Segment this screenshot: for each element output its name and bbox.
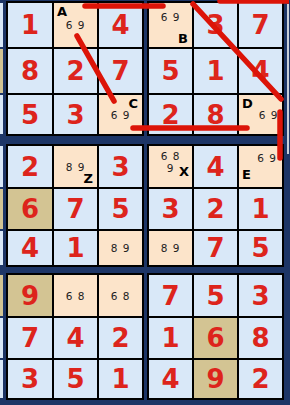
pencil-marks: 6 9 [54, 19, 97, 31]
digit: 5 [149, 49, 192, 93]
cell-r2c4[interactable]: 5 [149, 49, 192, 93]
cell-r2c6[interactable]: 4 [239, 49, 282, 93]
cell-r5c3[interactable]: 5 [99, 189, 142, 229]
cutoff-cell-sliver-r6 [0, 231, 3, 265]
cell-r5c1[interactable]: 6 [8, 189, 52, 229]
cutoff-cell-sliver-r3 [0, 95, 3, 134]
cell-r9c1[interactable]: 3 [8, 360, 52, 398]
cell-r3c6-label-D[interactable]: 6 9D [239, 95, 282, 134]
digit: 4 [149, 360, 192, 398]
digit: 3 [239, 275, 282, 316]
pencil-marks: 6 8 [54, 290, 97, 302]
digit: 4 [239, 49, 282, 93]
chain-label-C: C [128, 97, 138, 110]
cell-r9c4[interactable]: 4 [149, 360, 192, 398]
cell-r4c1[interactable]: 2 [8, 146, 52, 187]
cell-r1c2-label-A[interactable]: 6 9A [54, 3, 97, 47]
digit: 3 [149, 189, 192, 229]
window-edge-strip [287, 4, 290, 154]
cell-r4c6-label-E[interactable]: 6 9E [239, 146, 282, 187]
pencil-marks: 6 9 [149, 11, 192, 23]
cell-r5c6[interactable]: 1 [239, 189, 282, 229]
cutoff-cell-sliver-r2 [0, 49, 3, 93]
digit: 2 [239, 360, 282, 398]
cell-r2c1[interactable]: 8 [8, 49, 52, 93]
cell-r9c6[interactable]: 2 [239, 360, 282, 398]
digit: 6 [194, 318, 237, 358]
cell-r1c5[interactable]: 3 [194, 3, 237, 47]
digit: 2 [99, 318, 142, 358]
digit: 3 [8, 360, 52, 398]
digit: 2 [149, 95, 192, 134]
digit: 2 [194, 189, 237, 229]
digit: 5 [8, 95, 52, 134]
digit: 3 [99, 146, 142, 187]
cell-r4c3[interactable]: 3 [99, 146, 142, 187]
digit: 7 [239, 3, 282, 47]
cell-r6c1[interactable]: 4 [8, 231, 52, 265]
chain-label-D: D [242, 97, 253, 110]
pencil-marks: 8 9 [99, 242, 142, 254]
cell-r8c6[interactable]: 8 [239, 318, 282, 358]
cell-r6c5[interactable]: 7 [194, 231, 237, 265]
cell-r9c5[interactable]: 9 [194, 360, 237, 398]
cell-r5c4[interactable]: 3 [149, 189, 192, 229]
cell-r3c3-label-C[interactable]: 6 9C [99, 95, 142, 134]
cutoff-cell-sliver-r1 [0, 3, 3, 47]
cell-r1c6[interactable]: 7 [239, 3, 282, 47]
digit: 4 [54, 318, 97, 358]
digit: 5 [194, 275, 237, 316]
cell-r3c5[interactable]: 8 [194, 95, 237, 134]
cell-r1c3[interactable]: 4 [99, 3, 142, 47]
chain-label-A: A [57, 5, 67, 18]
cell-r2c2[interactable]: 2 [54, 49, 97, 93]
cell-r4c2-label-Z[interactable]: 8 9Z [54, 146, 97, 187]
cell-r6c4[interactable]: 8 9 [149, 231, 192, 265]
pencil-marks: 6 9 [247, 109, 289, 121]
digit: 2 [8, 146, 52, 187]
pencil-marks: 6 9 [257, 152, 277, 164]
digit: 9 [8, 275, 52, 316]
cell-r7c6[interactable]: 3 [239, 275, 282, 316]
cell-r1c4-label-B[interactable]: 6 9B [149, 3, 192, 47]
digit: 7 [149, 275, 192, 316]
cell-r5c2[interactable]: 7 [54, 189, 97, 229]
cell-r6c3[interactable]: 8 9 [99, 231, 142, 265]
cell-r7c5[interactable]: 5 [194, 275, 237, 316]
cutoff-cell-sliver-r9 [0, 360, 3, 398]
cell-r6c6[interactable]: 5 [239, 231, 282, 265]
chain-label-B: B [178, 32, 188, 45]
cell-r7c2[interactable]: 6 8 [54, 275, 97, 316]
digit: 2 [54, 49, 97, 93]
cell-r2c3[interactable]: 7 [99, 49, 142, 93]
digit: 6 [8, 189, 52, 229]
chain-label-X: X [179, 165, 189, 178]
cutoff-cell-sliver-r5 [0, 189, 3, 229]
digit: 5 [99, 189, 142, 229]
digit: 1 [8, 3, 52, 47]
cutoff-cell-sliver-r7 [0, 275, 3, 316]
cell-r8c4[interactable]: 1 [149, 318, 192, 358]
digit: 7 [99, 49, 142, 93]
digit: 7 [8, 318, 52, 358]
cell-r7c1[interactable]: 9 [8, 275, 52, 316]
digit: 4 [194, 146, 237, 187]
cell-r5c5[interactable]: 2 [194, 189, 237, 229]
chain-label-E: E [242, 168, 251, 181]
digit: 1 [149, 318, 192, 358]
cell-r3c2[interactable]: 3 [54, 95, 97, 134]
digit: 1 [99, 360, 142, 398]
digit: 5 [239, 231, 282, 265]
cutoff-cell-sliver-r8 [0, 318, 3, 358]
cell-r3c1[interactable]: 5 [8, 95, 52, 134]
digit: 3 [54, 95, 97, 134]
pencil-marks: 8 9 [149, 242, 192, 254]
digit: 1 [54, 231, 97, 265]
digit: 7 [194, 231, 237, 265]
cell-r9c3[interactable]: 1 [99, 360, 142, 398]
cell-r1c1[interactable]: 1 [8, 3, 52, 47]
cell-r9c2[interactable]: 5 [54, 360, 97, 398]
digit: 1 [194, 49, 237, 93]
cell-r8c2[interactable]: 4 [54, 318, 97, 358]
digit: 9 [194, 360, 237, 398]
digit: 5 [54, 360, 97, 398]
sudoku-board: 16 9A46 9B37827514536 9C286 9D28 9Z36 8 … [0, 0, 289, 405]
cell-r4c5[interactable]: 4 [194, 146, 237, 187]
cutoff-cell-sliver-r4 [0, 146, 3, 187]
cell-r6c2[interactable]: 1 [54, 231, 97, 265]
cell-r2c5[interactable]: 1 [194, 49, 237, 93]
digit: 8 [8, 49, 52, 93]
digit: 7 [54, 189, 97, 229]
cell-r7c3[interactable]: 6 8 [99, 275, 142, 316]
cell-r7c4[interactable]: 7 [149, 275, 192, 316]
cell-r4c4-label-X[interactable]: 6 8 9X [149, 146, 192, 187]
digit: 4 [99, 3, 142, 47]
digit: 8 [194, 95, 237, 134]
digit: 4 [8, 231, 52, 265]
cell-r3c4[interactable]: 2 [149, 95, 192, 134]
cell-r8c3[interactable]: 2 [99, 318, 142, 358]
pencil-marks: 6 8 [99, 290, 142, 302]
digit: 3 [194, 3, 237, 47]
cell-r8c1[interactable]: 7 [8, 318, 52, 358]
chain-label-Z: Z [84, 172, 93, 185]
cell-r8c5[interactable]: 6 [194, 318, 237, 358]
digit: 1 [239, 189, 282, 229]
digit: 8 [239, 318, 282, 358]
